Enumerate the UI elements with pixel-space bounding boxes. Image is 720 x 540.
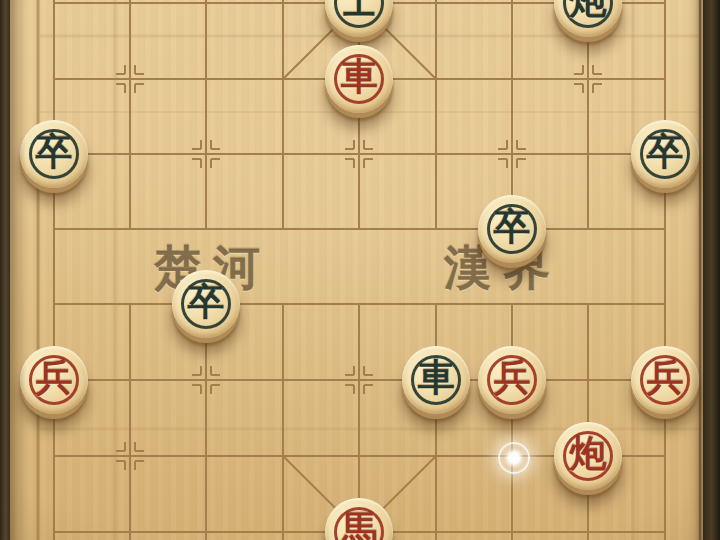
piece-black-soldier[interactable]: 卒	[172, 270, 240, 338]
piece-black-soldier[interactable]: 卒	[20, 120, 88, 188]
board-frame-right	[703, 0, 720, 540]
piece-glyph: 卒	[478, 193, 546, 261]
piece-black-advisor[interactable]: 士	[325, 0, 393, 37]
xiangqi-board[interactable]: 楚河 漢界 士 炮 車 卒 卒 卒 卒 兵 車 兵 兵	[0, 0, 720, 540]
piece-glyph: 炮	[554, 420, 622, 488]
board-frame-right-shadow	[689, 0, 703, 540]
piece-glyph: 馬	[325, 496, 393, 540]
piece-red-horse[interactable]: 馬	[325, 498, 393, 540]
piece-glyph: 兵	[478, 344, 546, 412]
piece-red-soldier[interactable]: 兵	[20, 346, 88, 414]
piece-black-soldier[interactable]: 卒	[478, 195, 546, 263]
piece-red-chariot[interactable]: 車	[325, 45, 393, 113]
piece-glyph: 士	[325, 0, 393, 35]
piece-glyph: 卒	[20, 118, 88, 186]
piece-glyph: 炮	[554, 0, 622, 35]
board-frame-left	[0, 0, 10, 540]
piece-red-cannon[interactable]: 炮	[554, 422, 622, 490]
piece-red-soldier[interactable]: 兵	[478, 346, 546, 414]
piece-glyph: 卒	[172, 268, 240, 336]
piece-black-cannon[interactable]: 炮	[554, 0, 622, 37]
move-indicator	[498, 442, 530, 474]
piece-glyph: 兵	[20, 344, 88, 412]
piece-black-chariot[interactable]: 車	[402, 346, 470, 414]
piece-glyph: 車	[402, 344, 470, 412]
piece-glyph: 車	[325, 43, 393, 111]
board-frame-left-shadow	[10, 0, 26, 540]
